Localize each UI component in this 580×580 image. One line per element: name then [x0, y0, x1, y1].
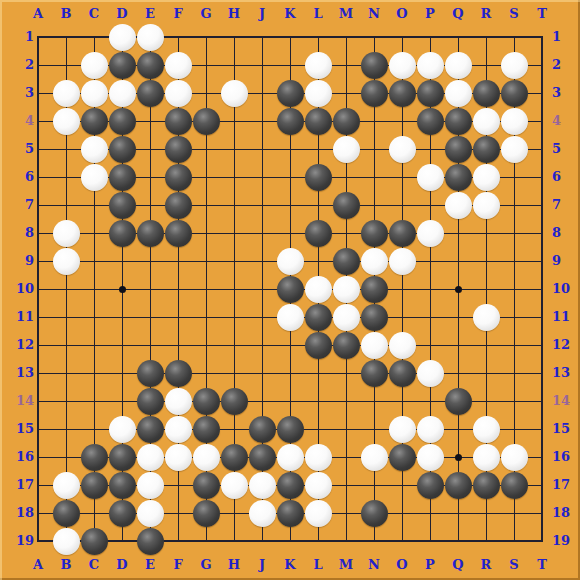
- white-stone-b4[interactable]: [53, 108, 80, 135]
- black-stone-q4[interactable]: [445, 108, 472, 135]
- white-stone-p13[interactable]: [417, 360, 444, 387]
- coord-label-top-E: E: [140, 6, 160, 22]
- white-stone-n16[interactable]: [361, 444, 388, 471]
- black-stone-l12[interactable]: [305, 332, 332, 359]
- white-stone-p2[interactable]: [417, 52, 444, 79]
- black-stone-d8[interactable]: [109, 220, 136, 247]
- white-stone-c5[interactable]: [81, 136, 108, 163]
- white-stone-m10[interactable]: [333, 276, 360, 303]
- go-board-screenshot: AABBCCDDEEFFGGHHJJKKLLMMNNOOPPQQRRSSTT11…: [0, 0, 580, 580]
- black-stone-k17[interactable]: [277, 472, 304, 499]
- white-stone-p15[interactable]: [417, 416, 444, 443]
- coord-label-left-19: 19: [4, 533, 34, 549]
- coord-label-left-16: 16: [4, 449, 34, 465]
- white-stone-l16[interactable]: [305, 444, 332, 471]
- black-stone-n13[interactable]: [361, 360, 388, 387]
- coord-label-top-R: R: [476, 6, 496, 22]
- black-stone-f5[interactable]: [165, 136, 192, 163]
- coord-label-bottom-T: T: [532, 557, 552, 573]
- coord-label-bottom-O: O: [392, 557, 412, 573]
- black-stone-d16[interactable]: [109, 444, 136, 471]
- white-stone-h17[interactable]: [221, 472, 248, 499]
- white-stone-p8[interactable]: [417, 220, 444, 247]
- black-stone-j15[interactable]: [249, 416, 276, 443]
- white-stone-p6[interactable]: [417, 164, 444, 191]
- black-stone-d18[interactable]: [109, 500, 136, 527]
- white-stone-q7[interactable]: [445, 192, 472, 219]
- white-stone-f16[interactable]: [165, 444, 192, 471]
- coord-label-left-2: 2: [4, 57, 34, 73]
- white-stone-r11[interactable]: [473, 304, 500, 331]
- coord-label-bottom-M: M: [336, 557, 356, 573]
- white-stone-l18[interactable]: [305, 500, 332, 527]
- white-stone-f15[interactable]: [165, 416, 192, 443]
- white-stone-q2[interactable]: [445, 52, 472, 79]
- coord-label-top-T: T: [532, 6, 552, 22]
- white-stone-l17[interactable]: [305, 472, 332, 499]
- white-stone-l2[interactable]: [305, 52, 332, 79]
- white-stone-q3[interactable]: [445, 80, 472, 107]
- white-stone-o5[interactable]: [389, 136, 416, 163]
- coord-label-left-17: 17: [4, 477, 34, 493]
- coord-label-right-17: 17: [552, 477, 580, 493]
- black-stone-q17[interactable]: [445, 472, 472, 499]
- black-stone-g14[interactable]: [193, 388, 220, 415]
- black-stone-f13[interactable]: [165, 360, 192, 387]
- black-stone-e2[interactable]: [137, 52, 164, 79]
- white-stone-r7[interactable]: [473, 192, 500, 219]
- white-stone-d15[interactable]: [109, 416, 136, 443]
- white-stone-r16[interactable]: [473, 444, 500, 471]
- white-stone-e1[interactable]: [137, 24, 164, 51]
- black-stone-o8[interactable]: [389, 220, 416, 247]
- black-stone-n3[interactable]: [361, 80, 388, 107]
- white-stone-r6[interactable]: [473, 164, 500, 191]
- star-point-q16: [455, 454, 462, 461]
- coord-label-right-19: 19: [552, 533, 580, 549]
- black-stone-h16[interactable]: [221, 444, 248, 471]
- black-stone-f6[interactable]: [165, 164, 192, 191]
- black-stone-f8[interactable]: [165, 220, 192, 247]
- coord-label-top-A: A: [28, 6, 48, 22]
- white-stone-g16[interactable]: [193, 444, 220, 471]
- white-stone-l3[interactable]: [305, 80, 332, 107]
- black-stone-o16[interactable]: [389, 444, 416, 471]
- coord-label-left-5: 5: [4, 141, 34, 157]
- coord-label-right-7: 7: [552, 197, 580, 213]
- coord-label-bottom-C: C: [84, 557, 104, 573]
- coord-label-right-8: 8: [552, 225, 580, 241]
- star-point-q10: [455, 286, 462, 293]
- black-stone-d17[interactable]: [109, 472, 136, 499]
- white-stone-c2[interactable]: [81, 52, 108, 79]
- coord-label-bottom-Q: Q: [448, 557, 468, 573]
- coord-label-left-13: 13: [4, 365, 34, 381]
- coord-label-bottom-A: A: [28, 557, 48, 573]
- coord-label-bottom-L: L: [308, 557, 328, 573]
- black-stone-m9[interactable]: [333, 248, 360, 275]
- coord-label-bottom-F: F: [168, 557, 188, 573]
- coord-label-top-L: L: [308, 6, 328, 22]
- black-stone-p3[interactable]: [417, 80, 444, 107]
- white-stone-n9[interactable]: [361, 248, 388, 275]
- white-stone-b8[interactable]: [53, 220, 80, 247]
- white-stone-o15[interactable]: [389, 416, 416, 443]
- black-stone-g17[interactable]: [193, 472, 220, 499]
- white-stone-c3[interactable]: [81, 80, 108, 107]
- coord-label-top-K: K: [280, 6, 300, 22]
- coord-label-right-13: 13: [552, 365, 580, 381]
- white-stone-b17[interactable]: [53, 472, 80, 499]
- black-stone-n10[interactable]: [361, 276, 388, 303]
- white-stone-j18[interactable]: [249, 500, 276, 527]
- white-stone-b9[interactable]: [53, 248, 80, 275]
- white-stone-d1[interactable]: [109, 24, 136, 51]
- black-stone-r5[interactable]: [473, 136, 500, 163]
- coord-label-right-11: 11: [552, 309, 580, 325]
- coord-label-top-D: D: [112, 6, 132, 22]
- black-stone-o3[interactable]: [389, 80, 416, 107]
- white-stone-b19[interactable]: [53, 528, 80, 555]
- black-stone-l11[interactable]: [305, 304, 332, 331]
- black-stone-e15[interactable]: [137, 416, 164, 443]
- coord-label-bottom-J: J: [252, 557, 272, 573]
- coord-label-bottom-N: N: [364, 557, 384, 573]
- coord-label-left-1: 1: [4, 29, 34, 45]
- coord-label-left-11: 11: [4, 309, 34, 325]
- coord-label-top-H: H: [224, 6, 244, 22]
- black-stone-d4[interactable]: [109, 108, 136, 135]
- black-stone-q5[interactable]: [445, 136, 472, 163]
- coord-label-bottom-R: R: [476, 557, 496, 573]
- coord-label-right-14: 14: [552, 393, 580, 409]
- black-stone-e3[interactable]: [137, 80, 164, 107]
- black-stone-n18[interactable]: [361, 500, 388, 527]
- coord-label-left-14: 14: [4, 393, 34, 409]
- black-stone-s3[interactable]: [501, 80, 528, 107]
- black-stone-c17[interactable]: [81, 472, 108, 499]
- white-stone-o2[interactable]: [389, 52, 416, 79]
- coord-label-right-15: 15: [552, 421, 580, 437]
- coord-label-right-2: 2: [552, 57, 580, 73]
- black-stone-n2[interactable]: [361, 52, 388, 79]
- white-stone-m11[interactable]: [333, 304, 360, 331]
- coord-label-left-12: 12: [4, 337, 34, 353]
- black-stone-d5[interactable]: [109, 136, 136, 163]
- white-stone-j17[interactable]: [249, 472, 276, 499]
- coord-label-left-8: 8: [4, 225, 34, 241]
- black-stone-k10[interactable]: [277, 276, 304, 303]
- white-stone-o12[interactable]: [389, 332, 416, 359]
- coord-label-bottom-S: S: [504, 557, 524, 573]
- black-stone-d2[interactable]: [109, 52, 136, 79]
- black-stone-p4[interactable]: [417, 108, 444, 135]
- white-stone-k9[interactable]: [277, 248, 304, 275]
- white-stone-k11[interactable]: [277, 304, 304, 331]
- star-point-d10: [119, 286, 126, 293]
- black-stone-e14[interactable]: [137, 388, 164, 415]
- coord-label-right-5: 5: [552, 141, 580, 157]
- white-stone-f2[interactable]: [165, 52, 192, 79]
- black-stone-k15[interactable]: [277, 416, 304, 443]
- coord-label-top-G: G: [196, 6, 216, 22]
- white-stone-r15[interactable]: [473, 416, 500, 443]
- black-stone-h14[interactable]: [221, 388, 248, 415]
- white-stone-s5[interactable]: [501, 136, 528, 163]
- black-stone-c19[interactable]: [81, 528, 108, 555]
- black-stone-d7[interactable]: [109, 192, 136, 219]
- coord-label-right-10: 10: [552, 281, 580, 297]
- white-stone-o9[interactable]: [389, 248, 416, 275]
- coord-label-left-18: 18: [4, 505, 34, 521]
- coord-label-top-N: N: [364, 6, 384, 22]
- black-stone-f7[interactable]: [165, 192, 192, 219]
- coord-label-left-4: 4: [4, 113, 34, 129]
- black-stone-c4[interactable]: [81, 108, 108, 135]
- white-stone-h3[interactable]: [221, 80, 248, 107]
- white-stone-e18[interactable]: [137, 500, 164, 527]
- coord-label-bottom-D: D: [112, 557, 132, 573]
- coord-label-top-Q: Q: [448, 6, 468, 22]
- black-stone-p17[interactable]: [417, 472, 444, 499]
- black-stone-e8[interactable]: [137, 220, 164, 247]
- coord-label-top-M: M: [336, 6, 356, 22]
- coord-label-bottom-B: B: [56, 557, 76, 573]
- white-stone-s4[interactable]: [501, 108, 528, 135]
- coord-label-top-C: C: [84, 6, 104, 22]
- coord-label-top-P: P: [420, 6, 440, 22]
- coord-label-top-J: J: [252, 6, 272, 22]
- white-stone-s2[interactable]: [501, 52, 528, 79]
- coord-label-right-3: 3: [552, 85, 580, 101]
- coord-label-right-12: 12: [552, 337, 580, 353]
- white-stone-c6[interactable]: [81, 164, 108, 191]
- coord-label-bottom-H: H: [224, 557, 244, 573]
- white-stone-k16[interactable]: [277, 444, 304, 471]
- coord-label-left-15: 15: [4, 421, 34, 437]
- black-stone-o13[interactable]: [389, 360, 416, 387]
- white-stone-e16[interactable]: [137, 444, 164, 471]
- black-stone-f4[interactable]: [165, 108, 192, 135]
- black-stone-g18[interactable]: [193, 500, 220, 527]
- black-stone-m4[interactable]: [333, 108, 360, 135]
- black-stone-n11[interactable]: [361, 304, 388, 331]
- white-stone-e17[interactable]: [137, 472, 164, 499]
- black-stone-e19[interactable]: [137, 528, 164, 555]
- black-stone-d6[interactable]: [109, 164, 136, 191]
- black-stone-j16[interactable]: [249, 444, 276, 471]
- coord-label-top-S: S: [504, 6, 524, 22]
- black-stone-l6[interactable]: [305, 164, 332, 191]
- black-stone-l4[interactable]: [305, 108, 332, 135]
- coord-label-bottom-P: P: [420, 557, 440, 573]
- black-stone-s17[interactable]: [501, 472, 528, 499]
- coord-label-right-16: 16: [552, 449, 580, 465]
- black-stone-k4[interactable]: [277, 108, 304, 135]
- black-stone-k3[interactable]: [277, 80, 304, 107]
- black-stone-c16[interactable]: [81, 444, 108, 471]
- black-stone-l8[interactable]: [305, 220, 332, 247]
- white-stone-f14[interactable]: [165, 388, 192, 415]
- white-stone-r4[interactable]: [473, 108, 500, 135]
- black-stone-r17[interactable]: [473, 472, 500, 499]
- coord-label-left-7: 7: [4, 197, 34, 213]
- white-stone-p16[interactable]: [417, 444, 444, 471]
- coord-label-top-O: O: [392, 6, 412, 22]
- black-stone-r3[interactable]: [473, 80, 500, 107]
- black-stone-q14[interactable]: [445, 388, 472, 415]
- coord-label-bottom-K: K: [280, 557, 300, 573]
- white-stone-s16[interactable]: [501, 444, 528, 471]
- white-stone-d3[interactable]: [109, 80, 136, 107]
- white-stone-f3[interactable]: [165, 80, 192, 107]
- coord-label-left-3: 3: [4, 85, 34, 101]
- black-stone-b18[interactable]: [53, 500, 80, 527]
- black-stone-q6[interactable]: [445, 164, 472, 191]
- coord-label-left-9: 9: [4, 253, 34, 269]
- black-stone-k18[interactable]: [277, 500, 304, 527]
- white-stone-m5[interactable]: [333, 136, 360, 163]
- white-stone-n12[interactable]: [361, 332, 388, 359]
- coord-label-top-F: F: [168, 6, 188, 22]
- black-stone-e13[interactable]: [137, 360, 164, 387]
- white-stone-b3[interactable]: [53, 80, 80, 107]
- black-stone-m12[interactable]: [333, 332, 360, 359]
- coord-label-bottom-G: G: [196, 557, 216, 573]
- coord-label-right-1: 1: [552, 29, 580, 45]
- white-stone-l10[interactable]: [305, 276, 332, 303]
- black-stone-n8[interactable]: [361, 220, 388, 247]
- coord-label-right-6: 6: [552, 169, 580, 185]
- coord-label-right-4: 4: [552, 113, 580, 129]
- coord-label-left-10: 10: [4, 281, 34, 297]
- black-stone-m7[interactable]: [333, 192, 360, 219]
- black-stone-g15[interactable]: [193, 416, 220, 443]
- coord-label-left-6: 6: [4, 169, 34, 185]
- coord-label-right-9: 9: [552, 253, 580, 269]
- coord-label-top-B: B: [56, 6, 76, 22]
- coord-label-bottom-E: E: [140, 557, 160, 573]
- coord-label-right-18: 18: [552, 505, 580, 521]
- black-stone-g4[interactable]: [193, 108, 220, 135]
